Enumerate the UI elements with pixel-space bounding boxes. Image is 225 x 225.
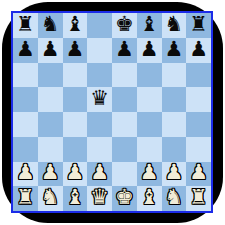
square-e5[interactable]	[112, 87, 137, 112]
black-knight[interactable]: ♞	[164, 14, 183, 35]
square-h5[interactable]	[186, 87, 211, 112]
chess-board: ♜♞♝♚♝♞♜♟♟♟♟♟♟♟♛♟♟♟♟♟♟♟♜♞♝♛♚♝♞♜	[13, 13, 211, 211]
square-f1[interactable]: ♝	[137, 186, 162, 211]
white-pawn[interactable]: ♟	[65, 162, 84, 183]
square-c5[interactable]	[63, 87, 88, 112]
square-c2[interactable]: ♟	[63, 162, 88, 187]
square-e2[interactable]	[112, 162, 137, 187]
black-queen[interactable]: ♛	[90, 88, 109, 109]
square-e3[interactable]	[112, 137, 137, 162]
black-rook[interactable]: ♜	[189, 14, 208, 35]
square-g3[interactable]	[162, 137, 187, 162]
square-c7[interactable]: ♟	[63, 38, 88, 63]
square-d7[interactable]	[87, 38, 112, 63]
white-knight[interactable]: ♞	[164, 187, 183, 208]
square-c6[interactable]	[63, 63, 88, 88]
square-f6[interactable]	[137, 63, 162, 88]
white-rook[interactable]: ♜	[189, 187, 208, 208]
white-pawn[interactable]: ♟	[16, 162, 35, 183]
square-e7[interactable]: ♟	[112, 38, 137, 63]
black-king[interactable]: ♚	[115, 14, 134, 35]
square-e1[interactable]: ♚	[112, 186, 137, 211]
square-h4[interactable]	[186, 112, 211, 137]
square-c4[interactable]	[63, 112, 88, 137]
square-d2[interactable]: ♟	[87, 162, 112, 187]
white-king[interactable]: ♚	[115, 187, 134, 208]
square-c8[interactable]: ♝	[63, 13, 88, 38]
square-a3[interactable]	[13, 137, 38, 162]
square-f8[interactable]: ♝	[137, 13, 162, 38]
square-c1[interactable]: ♝	[63, 186, 88, 211]
square-f5[interactable]	[137, 87, 162, 112]
black-pawn[interactable]: ♟	[16, 39, 35, 60]
square-f3[interactable]	[137, 137, 162, 162]
square-a1[interactable]: ♜	[13, 186, 38, 211]
square-f4[interactable]	[137, 112, 162, 137]
square-h2[interactable]: ♟	[186, 162, 211, 187]
square-f7[interactable]: ♟	[137, 38, 162, 63]
black-knight[interactable]: ♞	[41, 14, 60, 35]
square-d3[interactable]	[87, 137, 112, 162]
square-g1[interactable]: ♞	[162, 186, 187, 211]
square-e6[interactable]	[112, 63, 137, 88]
square-a5[interactable]	[13, 87, 38, 112]
white-pawn[interactable]: ♟	[90, 162, 109, 183]
white-pawn[interactable]: ♟	[41, 162, 60, 183]
board-area: ♜♞♝♚♝♞♜♟♟♟♟♟♟♟♛♟♟♟♟♟♟♟♜♞♝♛♚♝♞♜	[0, 0, 225, 225]
white-bishop[interactable]: ♝	[65, 187, 84, 208]
square-b2[interactable]: ♟	[38, 162, 63, 187]
square-g5[interactable]	[162, 87, 187, 112]
white-queen[interactable]: ♛	[90, 187, 109, 208]
square-h3[interactable]	[186, 137, 211, 162]
square-a2[interactable]: ♟	[13, 162, 38, 187]
white-pawn[interactable]: ♟	[189, 162, 208, 183]
square-h8[interactable]: ♜	[186, 13, 211, 38]
square-g2[interactable]: ♟	[162, 162, 187, 187]
white-bishop[interactable]: ♝	[140, 187, 159, 208]
square-a8[interactable]: ♜	[13, 13, 38, 38]
black-pawn[interactable]: ♟	[189, 39, 208, 60]
square-e4[interactable]	[112, 112, 137, 137]
square-b8[interactable]: ♞	[38, 13, 63, 38]
black-rook[interactable]: ♜	[16, 14, 35, 35]
square-b3[interactable]	[38, 137, 63, 162]
square-g7[interactable]: ♟	[162, 38, 187, 63]
square-b6[interactable]	[38, 63, 63, 88]
black-pawn[interactable]: ♟	[164, 39, 183, 60]
board-frame: ♜♞♝♚♝♞♜♟♟♟♟♟♟♟♛♟♟♟♟♟♟♟♜♞♝♛♚♝♞♜	[11, 11, 213, 213]
white-pawn[interactable]: ♟	[164, 162, 183, 183]
black-pawn[interactable]: ♟	[65, 39, 84, 60]
white-rook[interactable]: ♜	[16, 187, 35, 208]
square-g6[interactable]	[162, 63, 187, 88]
square-h7[interactable]: ♟	[186, 38, 211, 63]
square-a4[interactable]	[13, 112, 38, 137]
black-pawn[interactable]: ♟	[115, 39, 134, 60]
square-h1[interactable]: ♜	[186, 186, 211, 211]
black-pawn[interactable]: ♟	[41, 39, 60, 60]
black-bishop[interactable]: ♝	[65, 14, 84, 35]
square-d5[interactable]: ♛	[87, 87, 112, 112]
square-e8[interactable]: ♚	[112, 13, 137, 38]
square-b1[interactable]: ♞	[38, 186, 63, 211]
square-f2[interactable]: ♟	[137, 162, 162, 187]
square-d8[interactable]	[87, 13, 112, 38]
black-pawn[interactable]: ♟	[140, 39, 159, 60]
square-b7[interactable]: ♟	[38, 38, 63, 63]
square-d1[interactable]: ♛	[87, 186, 112, 211]
square-a6[interactable]	[13, 63, 38, 88]
square-g8[interactable]: ♞	[162, 13, 187, 38]
square-g4[interactable]	[162, 112, 187, 137]
black-bishop[interactable]: ♝	[140, 14, 159, 35]
square-a7[interactable]: ♟	[13, 38, 38, 63]
square-c3[interactable]	[63, 137, 88, 162]
square-b4[interactable]	[38, 112, 63, 137]
square-d4[interactable]	[87, 112, 112, 137]
square-b5[interactable]	[38, 87, 63, 112]
white-pawn[interactable]: ♟	[140, 162, 159, 183]
square-h6[interactable]	[186, 63, 211, 88]
square-d6[interactable]	[87, 63, 112, 88]
white-knight[interactable]: ♞	[41, 187, 60, 208]
